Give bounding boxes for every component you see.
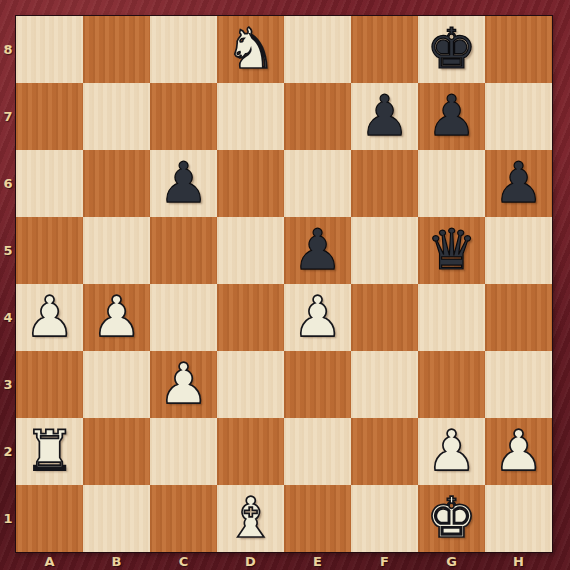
square-c5[interactable] [150,217,217,284]
square-c7[interactable] [150,83,217,150]
file-label-e: E [284,552,351,570]
square-d8[interactable]: ♞ [217,16,284,83]
white-bishop-d1[interactable]: ♝ [217,485,284,552]
square-c4[interactable] [150,284,217,351]
file-label-g: G [418,552,485,570]
square-e3[interactable] [284,351,351,418]
rank-label-2: 2 [0,418,16,485]
square-c8[interactable] [150,16,217,83]
white-king-g1[interactable]: ♚ [418,485,485,552]
file-labels: ABCDEFGH [16,552,552,570]
square-f7[interactable]: ♟ [351,83,418,150]
square-f1[interactable] [351,485,418,552]
square-f6[interactable] [351,150,418,217]
square-h3[interactable] [485,351,552,418]
white-rook-a2[interactable]: ♜ [16,418,83,485]
square-g1[interactable]: ♚ [418,485,485,552]
square-b7[interactable] [83,83,150,150]
square-a8[interactable] [16,16,83,83]
square-d1[interactable]: ♝ [217,485,284,552]
square-h8[interactable] [485,16,552,83]
file-label-c: C [150,552,217,570]
square-g4[interactable] [418,284,485,351]
square-e7[interactable] [284,83,351,150]
square-d3[interactable] [217,351,284,418]
square-b4[interactable]: ♟ [83,284,150,351]
square-g2[interactable]: ♟ [418,418,485,485]
square-g3[interactable] [418,351,485,418]
square-a3[interactable] [16,351,83,418]
black-pawn-g7[interactable]: ♟ [418,83,485,150]
square-g6[interactable] [418,150,485,217]
rank-label-8: 8 [0,16,16,83]
white-pawn-g2[interactable]: ♟ [418,418,485,485]
white-pawn-b4[interactable]: ♟ [83,284,150,351]
black-pawn-h6[interactable]: ♟ [485,150,552,217]
square-h6[interactable]: ♟ [485,150,552,217]
square-d4[interactable] [217,284,284,351]
square-a4[interactable]: ♟ [16,284,83,351]
square-h2[interactable]: ♟ [485,418,552,485]
black-pawn-f7[interactable]: ♟ [351,83,418,150]
square-d5[interactable] [217,217,284,284]
rank-label-5: 5 [0,217,16,284]
file-label-b: B [83,552,150,570]
square-c1[interactable] [150,485,217,552]
square-f2[interactable] [351,418,418,485]
rank-label-6: 6 [0,150,16,217]
square-f8[interactable] [351,16,418,83]
square-g5[interactable]: ♛ [418,217,485,284]
rank-label-4: 4 [0,284,16,351]
square-b5[interactable] [83,217,150,284]
square-e2[interactable] [284,418,351,485]
chess-board[interactable]: ♞♚♟♟♟♟♟♛♟♟♟♟♜♟♟♝♚ [16,16,552,552]
square-e8[interactable] [284,16,351,83]
square-e4[interactable]: ♟ [284,284,351,351]
square-a6[interactable] [16,150,83,217]
square-b1[interactable] [83,485,150,552]
white-pawn-e4[interactable]: ♟ [284,284,351,351]
black-king-g8[interactable]: ♚ [418,16,485,83]
rank-label-7: 7 [0,83,16,150]
square-b2[interactable] [83,418,150,485]
white-pawn-a4[interactable]: ♟ [16,284,83,351]
square-a2[interactable]: ♜ [16,418,83,485]
rank-labels: 87654321 [0,16,16,552]
white-knight-d8[interactable]: ♞ [217,16,284,83]
square-b3[interactable] [83,351,150,418]
square-d2[interactable] [217,418,284,485]
rank-label-3: 3 [0,351,16,418]
square-d6[interactable] [217,150,284,217]
square-e1[interactable] [284,485,351,552]
square-a5[interactable] [16,217,83,284]
chess-board-frame: 87654321 ABCDEFGH ♞♚♟♟♟♟♟♛♟♟♟♟♜♟♟♝♚ [0,0,570,570]
square-f5[interactable] [351,217,418,284]
square-d7[interactable] [217,83,284,150]
black-pawn-c6[interactable]: ♟ [150,150,217,217]
square-e5[interactable]: ♟ [284,217,351,284]
file-label-a: A [16,552,83,570]
file-label-f: F [351,552,418,570]
square-c6[interactable]: ♟ [150,150,217,217]
file-label-h: H [485,552,552,570]
square-f4[interactable] [351,284,418,351]
file-label-d: D [217,552,284,570]
square-b6[interactable] [83,150,150,217]
square-c2[interactable] [150,418,217,485]
rank-label-1: 1 [0,485,16,552]
white-pawn-h2[interactable]: ♟ [485,418,552,485]
square-g7[interactable]: ♟ [418,83,485,150]
square-a7[interactable] [16,83,83,150]
white-pawn-c3[interactable]: ♟ [150,351,217,418]
black-queen-g5[interactable]: ♛ [418,217,485,284]
square-h5[interactable] [485,217,552,284]
square-h1[interactable] [485,485,552,552]
square-h7[interactable] [485,83,552,150]
square-c3[interactable]: ♟ [150,351,217,418]
square-f3[interactable] [351,351,418,418]
square-h4[interactable] [485,284,552,351]
square-g8[interactable]: ♚ [418,16,485,83]
square-a1[interactable] [16,485,83,552]
square-b8[interactable] [83,16,150,83]
black-pawn-e5[interactable]: ♟ [284,217,351,284]
square-e6[interactable] [284,150,351,217]
